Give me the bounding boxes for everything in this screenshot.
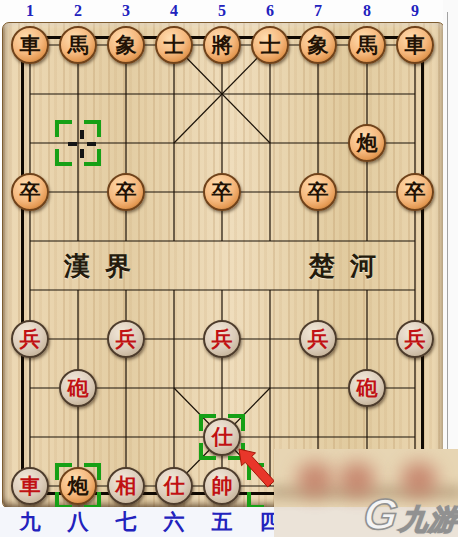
piece-red-仕[interactable]: 仕	[155, 467, 193, 505]
piece-character: 馬	[68, 34, 89, 55]
piece-black-士[interactable]: 士	[155, 26, 193, 64]
column-number: 7	[306, 0, 330, 21]
row-number: 七	[114, 508, 138, 536]
piece-character: 炮	[357, 132, 378, 153]
column-number: 5	[210, 0, 234, 21]
piece-black-馬[interactable]: 馬	[59, 26, 97, 64]
column-number: 4	[162, 0, 186, 21]
piece-black-象[interactable]: 象	[107, 26, 145, 64]
piece-black-將[interactable]: 將	[203, 26, 241, 64]
piece-character: 卒	[212, 181, 233, 202]
row-number: 五	[210, 508, 234, 536]
piece-red-砲[interactable]: 砲	[348, 369, 386, 407]
piece-black-車[interactable]: 車	[11, 26, 49, 64]
column-number: 2	[66, 0, 90, 21]
piece-character: 象	[116, 34, 137, 55]
piece-red-兵[interactable]: 兵	[299, 320, 337, 358]
piece-character: 仕	[212, 426, 233, 447]
piece-red-帥[interactable]: 帥	[203, 467, 241, 505]
piece-black-馬[interactable]: 馬	[348, 26, 386, 64]
piece-black-炮[interactable]: 炮	[59, 467, 97, 505]
piece-character: 士	[164, 34, 185, 55]
piece-red-兵[interactable]: 兵	[396, 320, 434, 358]
piece-character: 車	[20, 34, 41, 55]
piece-character: 卒	[116, 181, 137, 202]
column-number: 8	[355, 0, 379, 21]
piece-character: 砲	[357, 377, 378, 398]
piece-character: 將	[212, 34, 233, 55]
piece-character: 卒	[308, 181, 329, 202]
row-number: 八	[66, 508, 90, 536]
piece-red-車[interactable]: 車	[11, 467, 49, 505]
watermark-text: 九游	[398, 505, 458, 535]
piece-character: 炮	[68, 475, 89, 496]
column-numbers-strip: 123456789	[0, 0, 458, 22]
piece-black-卒[interactable]: 卒	[396, 173, 434, 211]
piece-red-兵[interactable]: 兵	[107, 320, 145, 358]
column-number: 3	[114, 0, 138, 21]
piece-character: 馬	[357, 34, 378, 55]
river-label-chuhe: 楚河	[309, 249, 391, 283]
cursor-crosshair-icon	[68, 130, 96, 158]
piece-character: 相	[116, 475, 137, 496]
piece-red-兵[interactable]: 兵	[11, 320, 49, 358]
column-number: 1	[18, 0, 42, 21]
piece-character: 兵	[405, 328, 426, 349]
row-number: 六	[162, 508, 186, 536]
piece-character: 卒	[405, 181, 426, 202]
piece-character: 車	[405, 34, 426, 55]
xiangqi-app: 123456789 漢界 楚河 車馬象士將士象馬車炮卒卒卒卒卒兵兵兵兵兵砲砲仕車…	[0, 0, 458, 537]
piece-character: 砲	[68, 377, 89, 398]
piece-black-卒[interactable]: 卒	[299, 173, 337, 211]
piece-black-卒[interactable]: 卒	[203, 173, 241, 211]
column-number: 9	[403, 0, 427, 21]
piece-character: 帥	[212, 475, 233, 496]
blurred-piece	[297, 462, 333, 496]
row-number: 九	[18, 508, 42, 536]
watermark-g-icon: G	[361, 494, 399, 534]
piece-character: 兵	[116, 328, 137, 349]
piece-character: 兵	[308, 328, 329, 349]
piece-character: 仕	[164, 475, 185, 496]
blur-overlay: G 九游	[274, 449, 458, 537]
column-number: 6	[258, 0, 282, 21]
piece-character: 象	[308, 34, 329, 55]
piece-black-炮[interactable]: 炮	[348, 124, 386, 162]
river-label-hanjie: 漢界	[64, 249, 146, 283]
piece-character: 車	[20, 475, 41, 496]
piece-character: 兵	[20, 328, 41, 349]
piece-black-卒[interactable]: 卒	[11, 173, 49, 211]
piece-black-士[interactable]: 士	[251, 26, 289, 64]
piece-black-卒[interactable]: 卒	[107, 173, 145, 211]
piece-black-象[interactable]: 象	[299, 26, 337, 64]
piece-character: 士	[260, 34, 281, 55]
piece-character: 兵	[212, 328, 233, 349]
watermark-logo: G 九游	[361, 494, 458, 535]
piece-black-車[interactable]: 車	[396, 26, 434, 64]
blurred-piece	[401, 462, 437, 496]
piece-red-相[interactable]: 相	[107, 467, 145, 505]
piece-character: 卒	[20, 181, 41, 202]
piece-red-兵[interactable]: 兵	[203, 320, 241, 358]
piece-red-仕[interactable]: 仕	[203, 418, 241, 456]
piece-red-砲[interactable]: 砲	[59, 369, 97, 407]
